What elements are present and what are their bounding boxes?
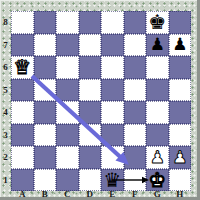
file-label-C: C xyxy=(56,189,79,198)
square-b8[interactable] xyxy=(34,11,57,34)
square-g3[interactable] xyxy=(146,124,169,147)
square-b7[interactable] xyxy=(34,34,57,57)
square-c8[interactable] xyxy=(56,11,79,34)
square-c2[interactable] xyxy=(56,146,79,169)
square-h2[interactable]: ♟ xyxy=(169,146,192,169)
square-e3[interactable] xyxy=(101,124,124,147)
square-a6[interactable]: ♛ xyxy=(11,56,34,79)
square-a7[interactable] xyxy=(11,34,34,57)
black-pawn: ♟ xyxy=(150,36,165,53)
square-b3[interactable] xyxy=(34,124,57,147)
square-e6[interactable] xyxy=(101,56,124,79)
white-king: ♚ xyxy=(148,170,166,190)
square-d8[interactable] xyxy=(79,11,102,34)
rank-label-2: 2 xyxy=(0,146,11,169)
file-label-B: B xyxy=(34,189,57,198)
file-label-H: H xyxy=(169,189,192,198)
square-f6[interactable] xyxy=(124,56,147,79)
square-d2[interactable] xyxy=(79,146,102,169)
square-g7[interactable]: ♟ xyxy=(146,34,169,57)
square-a3[interactable] xyxy=(11,124,34,147)
rank-label-3: 3 xyxy=(0,124,11,147)
square-g5[interactable] xyxy=(146,79,169,102)
square-c6[interactable] xyxy=(56,56,79,79)
rank-label-6: 6 xyxy=(0,56,11,79)
square-d3[interactable] xyxy=(79,124,102,147)
black-pawn: ♟ xyxy=(172,36,187,53)
square-a5[interactable] xyxy=(11,79,34,102)
file-label-E: E xyxy=(101,189,124,198)
square-h4[interactable] xyxy=(169,101,192,124)
rank-labels: 87654321 xyxy=(0,11,11,191)
rank-label-5: 5 xyxy=(0,79,11,102)
chess-board[interactable]: ♚♟♟♛♟♟♛♚ xyxy=(11,11,191,191)
square-a4[interactable] xyxy=(11,101,34,124)
square-e7[interactable] xyxy=(101,34,124,57)
black-king: ♚ xyxy=(148,12,166,32)
rank-label-4: 4 xyxy=(0,101,11,124)
square-d4[interactable] xyxy=(79,101,102,124)
square-d6[interactable] xyxy=(79,56,102,79)
square-f3[interactable] xyxy=(124,124,147,147)
white-queen: ♛ xyxy=(13,57,31,77)
square-d5[interactable] xyxy=(79,79,102,102)
square-e2[interactable] xyxy=(101,146,124,169)
rank-label-7: 7 xyxy=(0,34,11,57)
square-f2[interactable] xyxy=(124,146,147,169)
square-b5[interactable] xyxy=(34,79,57,102)
square-h8[interactable] xyxy=(169,11,192,34)
square-h6[interactable] xyxy=(169,56,192,79)
square-h7[interactable]: ♟ xyxy=(169,34,192,57)
square-e8[interactable] xyxy=(101,11,124,34)
square-f5[interactable] xyxy=(124,79,147,102)
square-a2[interactable] xyxy=(11,146,34,169)
square-f8[interactable] xyxy=(124,11,147,34)
square-c7[interactable] xyxy=(56,34,79,57)
file-label-A: A xyxy=(11,189,34,198)
square-b4[interactable] xyxy=(34,101,57,124)
square-h3[interactable] xyxy=(169,124,192,147)
file-label-F: F xyxy=(124,189,147,198)
white-pawn: ♟ xyxy=(172,149,187,166)
square-f7[interactable] xyxy=(124,34,147,57)
square-g2[interactable]: ♟ xyxy=(146,146,169,169)
square-c5[interactable] xyxy=(56,79,79,102)
file-labels: ABCDEFGH xyxy=(11,189,191,198)
file-label-D: D xyxy=(79,189,102,198)
chessboard-frame: ♚♟♟♛♟♟♛♚ 87654321 ABCDEFGH xyxy=(0,0,200,200)
rank-label-8: 8 xyxy=(0,11,11,34)
file-label-G: G xyxy=(146,189,169,198)
square-e4[interactable] xyxy=(101,101,124,124)
square-c4[interactable] xyxy=(56,101,79,124)
square-d7[interactable] xyxy=(79,34,102,57)
square-e5[interactable] xyxy=(101,79,124,102)
square-b6[interactable] xyxy=(34,56,57,79)
white-pawn: ♟ xyxy=(150,149,165,166)
black-queen: ♛ xyxy=(103,170,121,190)
square-g6[interactable] xyxy=(146,56,169,79)
square-f4[interactable] xyxy=(124,101,147,124)
square-g8[interactable]: ♚ xyxy=(146,11,169,34)
square-b2[interactable] xyxy=(34,146,57,169)
rank-label-1: 1 xyxy=(0,169,11,192)
square-h5[interactable] xyxy=(169,79,192,102)
square-a8[interactable] xyxy=(11,11,34,34)
square-g4[interactable] xyxy=(146,101,169,124)
square-c3[interactable] xyxy=(56,124,79,147)
